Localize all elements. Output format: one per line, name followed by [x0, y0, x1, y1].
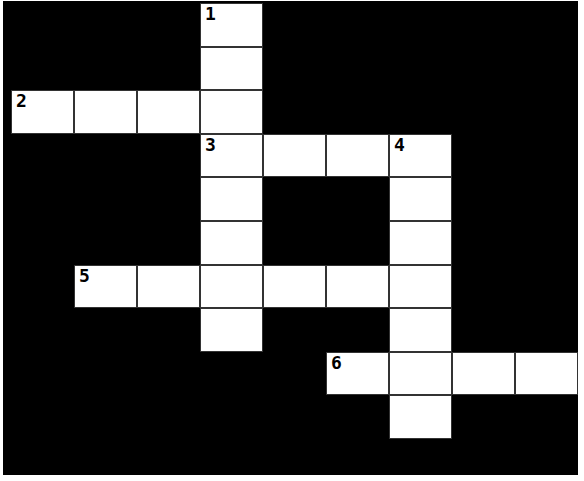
block-r9c2 [74, 352, 137, 396]
block-r1c2 [74, 3, 137, 47]
cell-r9c9[interactable] [515, 352, 578, 396]
cell-r8c7[interactable] [389, 308, 452, 352]
cell-r7c7[interactable] [389, 265, 452, 309]
block-r8c8 [452, 308, 515, 352]
block-r7c1 [11, 265, 74, 309]
cell-r7c6[interactable] [326, 265, 389, 309]
block-r3c8 [452, 90, 515, 134]
cell-r9c6[interactable]: 6 [326, 352, 389, 396]
clue-number-4: 4 [394, 136, 405, 155]
cell-r5c7[interactable] [389, 177, 452, 221]
block-r9c5 [263, 352, 326, 396]
block-r8c9 [515, 308, 578, 352]
crossword-board: 123456 [3, 1, 578, 475]
block-r4c8 [452, 134, 515, 178]
block-r6c2 [74, 221, 137, 265]
block-r4c3 [137, 134, 200, 178]
block-r1c1 [11, 3, 74, 47]
clue-number-1: 1 [205, 5, 216, 24]
block-r6c6 [326, 221, 389, 265]
block-r3c6 [326, 90, 389, 134]
cell-r2c4[interactable] [200, 47, 263, 91]
cell-r1c4[interactable]: 1 [200, 3, 263, 47]
block-r1c8 [452, 3, 515, 47]
block-r5c6 [326, 177, 389, 221]
block-r8c1 [11, 308, 74, 352]
block-r10c3 [137, 395, 200, 439]
cell-r4c7[interactable]: 4 [389, 134, 452, 178]
block-r10c5 [263, 395, 326, 439]
block-r2c2 [74, 47, 137, 91]
block-r3c7 [389, 90, 452, 134]
block-r6c5 [263, 221, 326, 265]
block-r7c8 [452, 265, 515, 309]
block-r10c4 [200, 395, 263, 439]
block-r4c1 [11, 134, 74, 178]
cell-r4c4[interactable]: 3 [200, 134, 263, 178]
crossword-grid: 123456 [11, 3, 578, 439]
cell-r10c7[interactable] [389, 395, 452, 439]
block-r10c8 [452, 395, 515, 439]
cell-r5c4[interactable] [200, 177, 263, 221]
block-r6c9 [515, 221, 578, 265]
block-r3c5 [263, 90, 326, 134]
cell-r6c7[interactable] [389, 221, 452, 265]
clue-number-5: 5 [79, 267, 90, 286]
block-r2c8 [452, 47, 515, 91]
block-r10c9 [515, 395, 578, 439]
cell-r3c2[interactable] [74, 90, 137, 134]
block-r2c5 [263, 47, 326, 91]
block-r2c9 [515, 47, 578, 91]
block-r10c1 [11, 395, 74, 439]
block-r9c1 [11, 352, 74, 396]
block-r9c4 [200, 352, 263, 396]
cell-r3c1[interactable]: 2 [11, 90, 74, 134]
cell-r7c5[interactable] [263, 265, 326, 309]
block-r5c8 [452, 177, 515, 221]
block-r8c2 [74, 308, 137, 352]
block-r1c7 [389, 3, 452, 47]
block-r2c7 [389, 47, 452, 91]
block-r5c1 [11, 177, 74, 221]
block-r1c3 [137, 3, 200, 47]
block-r8c3 [137, 308, 200, 352]
block-r6c3 [137, 221, 200, 265]
block-r4c2 [74, 134, 137, 178]
cell-r8c4[interactable] [200, 308, 263, 352]
block-r1c5 [263, 3, 326, 47]
block-r2c3 [137, 47, 200, 91]
cell-r6c4[interactable] [200, 221, 263, 265]
clue-number-6: 6 [331, 354, 342, 373]
block-r7c9 [515, 265, 578, 309]
block-r8c5 [263, 308, 326, 352]
block-r2c6 [326, 47, 389, 91]
block-r10c6 [326, 395, 389, 439]
cell-r3c4[interactable] [200, 90, 263, 134]
block-r9c3 [137, 352, 200, 396]
cell-r9c8[interactable] [452, 352, 515, 396]
clue-number-2: 2 [16, 92, 27, 111]
cell-r7c2[interactable]: 5 [74, 265, 137, 309]
cell-r3c3[interactable] [137, 90, 200, 134]
block-r6c1 [11, 221, 74, 265]
cell-r7c3[interactable] [137, 265, 200, 309]
block-r3c9 [515, 90, 578, 134]
cell-r4c6[interactable] [326, 134, 389, 178]
block-r5c2 [74, 177, 137, 221]
block-r4c9 [515, 134, 578, 178]
block-r6c8 [452, 221, 515, 265]
cell-r9c7[interactable] [389, 352, 452, 396]
block-r5c5 [263, 177, 326, 221]
block-r5c9 [515, 177, 578, 221]
block-r1c6 [326, 3, 389, 47]
block-r1c9 [515, 3, 578, 47]
cell-r4c5[interactable] [263, 134, 326, 178]
block-r8c6 [326, 308, 389, 352]
clue-number-3: 3 [205, 136, 216, 155]
block-r2c1 [11, 47, 74, 91]
block-r10c2 [74, 395, 137, 439]
block-r5c3 [137, 177, 200, 221]
cell-r7c4[interactable] [200, 265, 263, 309]
